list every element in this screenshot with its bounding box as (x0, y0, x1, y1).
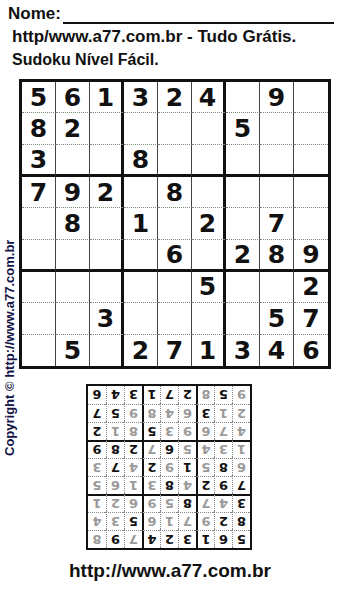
puzzle-cell-r7c4 (124, 272, 158, 303)
solution-cell-r3c2: 4 (214, 494, 232, 512)
solution-cell-r6c1: 1 (232, 440, 250, 458)
puzzle-cell-r9c4: 2 (124, 335, 158, 366)
puzzle-cell-r8c4 (124, 303, 158, 334)
puzzle-cell-r2c4 (124, 113, 158, 144)
puzzle-cell-r2c3 (90, 113, 124, 144)
solution-cell-r9c9: 6 (88, 386, 106, 404)
solution-cell-r9c1: 9 (232, 386, 250, 404)
solution-cell-r9c6: 1 (142, 386, 160, 404)
solution-cell-r1c4: 3 (178, 530, 196, 548)
puzzle-cell-r7c1 (22, 272, 56, 303)
sudoku-solution-grid-upside-down: 5613247988297165343478596217924831656851… (86, 384, 252, 550)
puzzle-cell-r5c6: 2 (192, 208, 226, 239)
solution-cell-r8c6: 8 (142, 404, 160, 422)
solution-cell-r3c9: 1 (88, 494, 106, 512)
solution-cell-r6c5: 6 (160, 440, 178, 458)
copyright-vertical-text: Copyright © http://www.a77.com.br (2, 130, 18, 456)
solution-cell-r7c6: 5 (142, 422, 160, 440)
puzzle-cell-r8c2 (56, 303, 90, 334)
solution-cell-r5c8: 7 (106, 458, 124, 476)
puzzle-cell-r8c8: 5 (260, 303, 294, 334)
solution-cell-r4c1: 7 (232, 476, 250, 494)
puzzle-cell-r4c6 (192, 177, 226, 208)
solution-cell-r6c9: 9 (88, 440, 106, 458)
solution-cell-r2c7: 5 (124, 512, 142, 530)
puzzle-cell-r4c9 (294, 177, 328, 208)
puzzle-cell-r9c8: 4 (260, 335, 294, 366)
puzzle-cell-r8c9: 7 (294, 303, 328, 334)
puzzle-cell-r9c3 (90, 335, 124, 366)
solution-cell-r6c8: 8 (106, 440, 124, 458)
solution-cell-r7c1: 4 (232, 422, 250, 440)
puzzle-cell-r3c2 (56, 145, 90, 177)
puzzle-cell-r9c7: 3 (226, 335, 260, 366)
solution-cell-r4c7: 1 (124, 476, 142, 494)
puzzle-cell-r4c7 (226, 177, 260, 208)
puzzle-cell-r6c5: 6 (158, 240, 192, 272)
puzzle-cell-r3c3 (90, 145, 124, 177)
puzzle-cell-r4c4 (124, 177, 158, 208)
puzzle-cell-r6c9: 9 (294, 240, 328, 272)
puzzle-cell-r5c4: 1 (124, 208, 158, 239)
solution-cell-r5c7: 4 (124, 458, 142, 476)
solution-cell-r4c4: 4 (178, 476, 196, 494)
solution-cell-r4c2: 9 (214, 476, 232, 494)
puzzle-cell-r2c6 (192, 113, 226, 144)
puzzle-cell-r1c4: 3 (124, 82, 158, 113)
puzzle-cell-r2c8 (260, 113, 294, 144)
solution-cell-r2c3: 9 (196, 512, 214, 530)
puzzle-cell-r1c8: 9 (260, 82, 294, 113)
puzzle-cell-r7c8 (260, 272, 294, 303)
solution-cell-r1c5: 2 (160, 530, 178, 548)
solution-cell-r5c1: 6 (232, 458, 250, 476)
puzzle-cell-r8c3: 3 (90, 303, 124, 334)
puzzle-cell-r6c3 (90, 240, 124, 272)
puzzle-cell-r6c4 (124, 240, 158, 272)
sudoku-puzzle-grid: 561324982538792881276289523575271346 (19, 79, 331, 369)
solution-cell-r9c8: 4 (106, 386, 124, 404)
solution-cell-r1c2: 6 (214, 530, 232, 548)
solution-cell-r9c7: 3 (124, 386, 142, 404)
puzzle-cell-r4c8 (260, 177, 294, 208)
puzzle-cell-r2c1: 8 (22, 113, 56, 144)
solution-cell-r4c5: 8 (160, 476, 178, 494)
puzzle-cell-r7c7 (226, 272, 260, 303)
solution-cell-r1c6: 4 (142, 530, 160, 548)
puzzle-cell-r2c5 (158, 113, 192, 144)
puzzle-cell-r1c7 (226, 82, 260, 113)
solution-cell-r7c8: 1 (106, 422, 124, 440)
puzzle-cell-r8c7 (226, 303, 260, 334)
solution-cell-r3c5: 5 (160, 494, 178, 512)
puzzle-cell-r9c1 (22, 335, 56, 366)
solution-cell-r1c3: 1 (196, 530, 214, 548)
solution-cell-r3c8: 2 (106, 494, 124, 512)
puzzle-cell-r7c9: 2 (294, 272, 328, 303)
puzzle-cell-r3c7 (226, 145, 260, 177)
solution-cell-r2c8: 3 (106, 512, 124, 530)
solution-cell-r7c3: 6 (196, 422, 214, 440)
puzzle-cell-r3c1: 3 (22, 145, 56, 177)
puzzle-cell-r1c9 (294, 82, 328, 113)
solution-cell-r8c8: 5 (106, 404, 124, 422)
puzzle-cell-r6c1 (22, 240, 56, 272)
solution-cell-r9c5: 7 (160, 386, 178, 404)
name-label: Nome: (8, 4, 61, 24)
puzzle-cell-r7c5 (158, 272, 192, 303)
puzzle-cell-r4c1: 7 (22, 177, 56, 208)
puzzle-cell-r6c8: 8 (260, 240, 294, 272)
name-blank-line (63, 4, 334, 24)
puzzle-cell-r1c2: 6 (56, 82, 90, 113)
puzzle-cell-r9c5: 7 (158, 335, 192, 366)
solution-cell-r8c2: 1 (214, 404, 232, 422)
puzzle-cell-r5c1 (22, 208, 56, 239)
solution-cell-r8c1: 2 (232, 404, 250, 422)
solution-cell-r3c6: 9 (142, 494, 160, 512)
solution-cell-r7c9: 2 (88, 422, 106, 440)
difficulty-header: Sudoku Nível Fácil. (12, 51, 159, 69)
solution-cell-r5c5: 9 (160, 458, 178, 476)
puzzle-cell-r8c5 (158, 303, 192, 334)
solution-cell-r5c4: 1 (178, 458, 196, 476)
solution-cell-r4c8: 6 (106, 476, 124, 494)
puzzle-cell-r6c7: 2 (226, 240, 260, 272)
puzzle-cell-r5c8: 7 (260, 208, 294, 239)
solution-cell-r6c4: 5 (178, 440, 196, 458)
puzzle-cell-r9c6: 1 (192, 335, 226, 366)
solution-cell-r9c2: 5 (214, 386, 232, 404)
puzzle-cell-r3c8 (260, 145, 294, 177)
puzzle-cell-r3c5 (158, 145, 192, 177)
solution-cell-r6c6: 7 (142, 440, 160, 458)
solution-cell-r2c5: 1 (160, 512, 178, 530)
puzzle-cell-r5c5 (158, 208, 192, 239)
puzzle-cell-r3c6 (192, 145, 226, 177)
puzzle-cell-r9c9: 6 (294, 335, 328, 366)
puzzle-cell-r5c3 (90, 208, 124, 239)
solution-cell-r3c4: 8 (178, 494, 196, 512)
solution-cell-r9c3: 8 (196, 386, 214, 404)
solution-cell-r7c7: 8 (124, 422, 142, 440)
solution-cell-r7c2: 7 (214, 422, 232, 440)
puzzle-cell-r5c2: 8 (56, 208, 90, 239)
solution-cell-r6c3: 4 (196, 440, 214, 458)
solution-cell-r5c9: 3 (88, 458, 106, 476)
puzzle-cell-r9c2: 5 (56, 335, 90, 366)
solution-cell-r3c3: 7 (196, 494, 214, 512)
puzzle-cell-r1c6: 4 (192, 82, 226, 113)
solution-cell-r2c9: 4 (88, 512, 106, 530)
solution-cell-r4c3: 2 (196, 476, 214, 494)
puzzle-cell-r7c6: 5 (192, 272, 226, 303)
puzzle-cell-r4c2: 9 (56, 177, 90, 208)
solution-cell-r8c5: 4 (160, 404, 178, 422)
puzzle-cell-r2c9 (294, 113, 328, 144)
solution-cell-r6c7: 2 (124, 440, 142, 458)
puzzle-cell-r3c4: 8 (124, 145, 158, 177)
solution-cell-r4c9: 5 (88, 476, 106, 494)
name-row: Nome: (8, 4, 334, 24)
puzzle-cell-r5c7 (226, 208, 260, 239)
solution-cell-r1c8: 9 (106, 530, 124, 548)
puzzle-cell-r1c5: 2 (158, 82, 192, 113)
puzzle-cell-r4c5: 8 (158, 177, 192, 208)
puzzle-cell-r7c2 (56, 272, 90, 303)
solution-cell-r5c6: 2 (142, 458, 160, 476)
puzzle-cell-r7c3 (90, 272, 124, 303)
puzzle-cell-r8c6 (192, 303, 226, 334)
puzzle-cell-r3c9 (294, 145, 328, 177)
solution-cell-r2c4: 7 (178, 512, 196, 530)
solution-cell-r6c2: 3 (214, 440, 232, 458)
puzzle-cell-r2c7: 5 (226, 113, 260, 144)
solution-cell-r8c9: 7 (88, 404, 106, 422)
solution-cell-r1c9: 8 (88, 530, 106, 548)
solution-cell-r1c7: 7 (124, 530, 142, 548)
solution-cell-r4c6: 3 (142, 476, 160, 494)
solution-cell-r2c1: 8 (232, 512, 250, 530)
solution-cell-r8c3: 3 (196, 404, 214, 422)
puzzle-cell-r4c3: 2 (90, 177, 124, 208)
solution-cell-r3c7: 6 (124, 494, 142, 512)
puzzle-cell-r1c1: 5 (22, 82, 56, 113)
solution-cell-r2c2: 2 (214, 512, 232, 530)
solution-cell-r7c5: 3 (160, 422, 178, 440)
puzzle-cell-r8c1 (22, 303, 56, 334)
site-header: http/www.a77.com.br - Tudo Grátis. (12, 27, 296, 47)
puzzle-cell-r5c9 (294, 208, 328, 239)
solution-cell-r9c4: 2 (178, 386, 196, 404)
puzzle-cell-r6c6 (192, 240, 226, 272)
solution-cell-r1c1: 5 (232, 530, 250, 548)
puzzle-cell-r6c2 (56, 240, 90, 272)
solution-cell-r8c7: 9 (124, 404, 142, 422)
solution-cell-r7c4: 9 (178, 422, 196, 440)
solution-cell-r2c6: 6 (142, 512, 160, 530)
puzzle-cell-r2c2: 2 (56, 113, 90, 144)
footer-url: http://www.a77.com.br (0, 560, 340, 582)
solution-cell-r5c3: 5 (196, 458, 214, 476)
solution-cell-r5c2: 8 (214, 458, 232, 476)
solution-cell-r3c1: 3 (232, 494, 250, 512)
puzzle-cell-r1c3: 1 (90, 82, 124, 113)
solution-cell-r8c4: 6 (178, 404, 196, 422)
